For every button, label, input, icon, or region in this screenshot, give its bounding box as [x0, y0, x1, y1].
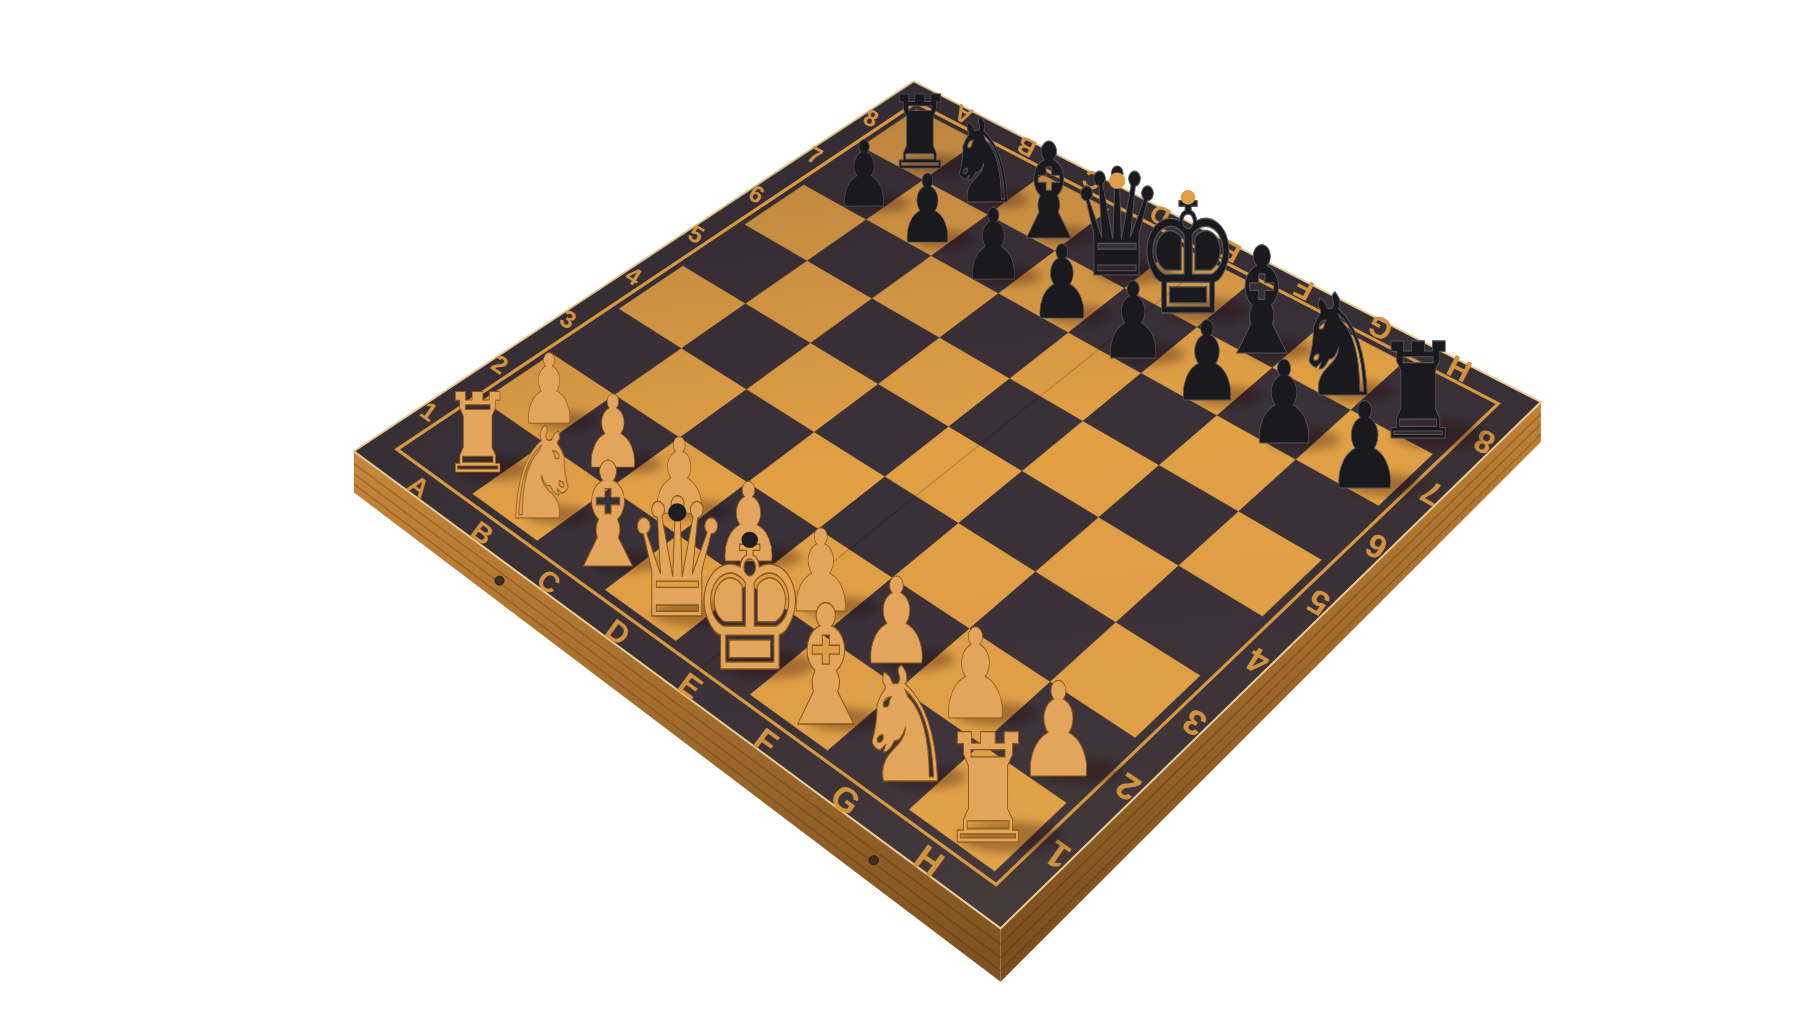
piece-black-pawn-h7[interactable]: ♟: [1326, 377, 1403, 517]
pawn-glyph: ♟: [1029, 224, 1095, 342]
pawn-glyph: ♟: [1326, 377, 1403, 517]
hinge-2: [869, 856, 878, 865]
chessboard-scene: AABBCCDDEEFFGGHH1122334455667788♜♞♟♝♟♛♟♚…: [0, 0, 1800, 1013]
white-queen-finial: [668, 503, 686, 521]
piece-black-pawn-b7[interactable]: ♟: [897, 155, 958, 264]
pawn-glyph: ♟: [1247, 336, 1321, 470]
pawn-glyph: ♟: [835, 121, 894, 228]
white-king-finial: [742, 532, 758, 548]
piece-black-pawn-g7[interactable]: ♟: [1247, 336, 1321, 470]
piece-black-pawn-f7[interactable]: ♟: [1172, 297, 1243, 426]
piece-black-pawn-a7[interactable]: ♟: [835, 121, 894, 228]
hinge-1: [495, 576, 504, 585]
pawn-glyph: ♟: [1172, 297, 1243, 426]
pawn-glyph: ♟: [897, 155, 958, 264]
piece-white-rook-h1[interactable]: ♜: [939, 701, 1037, 877]
rook-glyph: ♜: [939, 701, 1037, 877]
black-queen-finial: [1109, 173, 1125, 189]
pawn-glyph: ♟: [1099, 259, 1167, 383]
piece-black-pawn-c7[interactable]: ♟: [962, 189, 1025, 303]
chessboard-render: AABBCCDDEEFFGGHH1122334455667788♜♞♟♝♟♛♟♚…: [0, 0, 1800, 1013]
piece-black-pawn-e7[interactable]: ♟: [1099, 259, 1167, 383]
piece-black-pawn-d7[interactable]: ♟: [1029, 224, 1095, 342]
pawn-glyph: ♟: [962, 189, 1025, 303]
black-king-finial: [1181, 190, 1196, 205]
